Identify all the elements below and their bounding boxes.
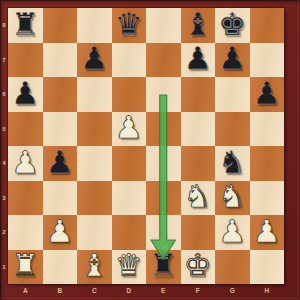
square-h2[interactable]: ♟ <box>250 215 285 250</box>
piece-black-pawn[interactable]: ♟ <box>184 43 212 74</box>
square-g1[interactable] <box>215 250 250 285</box>
file-label-a: A <box>8 284 43 300</box>
piece-white-pawn[interactable]: ♟ <box>115 112 143 143</box>
piece-black-rook[interactable]: ♜ <box>149 250 177 281</box>
square-a6[interactable]: ♟ <box>8 77 43 112</box>
square-e4[interactable] <box>146 146 181 181</box>
square-c7[interactable]: ♟ <box>77 43 112 78</box>
square-d5[interactable]: ♟ <box>112 112 147 147</box>
square-b4[interactable]: ♟ <box>43 146 78 181</box>
square-a1[interactable]: ♜ <box>8 250 43 285</box>
file-label-f: F <box>181 284 216 300</box>
square-g3[interactable]: ♞ <box>215 181 250 216</box>
piece-white-bishop[interactable]: ♝ <box>80 250 108 281</box>
square-b3[interactable] <box>43 181 78 216</box>
square-h5[interactable] <box>250 112 285 147</box>
square-h3[interactable] <box>250 181 285 216</box>
piece-black-knight[interactable]: ♞ <box>218 147 246 178</box>
piece-black-pawn[interactable]: ♟ <box>46 147 74 178</box>
square-h6[interactable]: ♟ <box>250 77 285 112</box>
square-a2[interactable] <box>8 215 43 250</box>
square-d8[interactable]: ♛ <box>112 8 147 43</box>
piece-white-rook[interactable]: ♜ <box>11 250 39 281</box>
square-d1[interactable]: ♛ <box>112 250 147 285</box>
piece-black-rook[interactable]: ♜ <box>11 9 39 40</box>
file-labels: ABCDEFGH <box>8 284 284 300</box>
square-f7[interactable]: ♟ <box>181 43 216 78</box>
square-c3[interactable] <box>77 181 112 216</box>
piece-white-pawn[interactable]: ♟ <box>253 216 281 247</box>
square-g7[interactable]: ♟ <box>215 43 250 78</box>
file-label-b: B <box>43 284 78 300</box>
piece-white-queen[interactable]: ♛ <box>115 250 143 281</box>
rank-label-8: 8 <box>0 8 8 43</box>
piece-black-bishop[interactable]: ♝ <box>184 9 212 40</box>
square-d6[interactable] <box>112 77 147 112</box>
rank-labels: 87654321 <box>0 8 8 284</box>
rank-label-4: 4 <box>0 146 8 181</box>
square-f5[interactable] <box>181 112 216 147</box>
rank-label-3: 3 <box>0 181 8 216</box>
square-g4[interactable]: ♞ <box>215 146 250 181</box>
piece-white-knight[interactable]: ♞ <box>218 181 246 212</box>
chess-board: ♜♛♝♚♟♟♟♟♟♟♟♟♞♞♞♟♟♟♜♝♛♜♚ <box>8 8 284 284</box>
square-b8[interactable] <box>43 8 78 43</box>
piece-white-king[interactable]: ♚ <box>184 250 212 281</box>
square-a5[interactable] <box>8 112 43 147</box>
piece-black-pawn[interactable]: ♟ <box>253 78 281 109</box>
rank-label-2: 2 <box>0 215 8 250</box>
square-h8[interactable] <box>250 8 285 43</box>
rank-label-5: 5 <box>0 112 8 147</box>
square-e3[interactable] <box>146 181 181 216</box>
file-label-g: G <box>215 284 250 300</box>
square-h4[interactable] <box>250 146 285 181</box>
square-e2[interactable] <box>146 215 181 250</box>
rank-label-6: 6 <box>0 77 8 112</box>
square-g8[interactable]: ♚ <box>215 8 250 43</box>
square-f8[interactable]: ♝ <box>181 8 216 43</box>
square-a4[interactable]: ♟ <box>8 146 43 181</box>
piece-black-queen[interactable]: ♛ <box>115 9 143 40</box>
square-a3[interactable] <box>8 181 43 216</box>
square-f4[interactable] <box>181 146 216 181</box>
rank-label-7: 7 <box>0 43 8 78</box>
square-f3[interactable]: ♞ <box>181 181 216 216</box>
piece-black-king[interactable]: ♚ <box>218 9 246 40</box>
square-c1[interactable]: ♝ <box>77 250 112 285</box>
chess-board-frame: 87654321 ♜♛♝♚♟♟♟♟♟♟♟♟♞♞♞♟♟♟♜♝♛♜♚ ABCDEFG… <box>0 0 300 300</box>
square-d2[interactable] <box>112 215 147 250</box>
square-e1[interactable]: ♜ <box>146 250 181 285</box>
square-e5[interactable] <box>146 112 181 147</box>
file-label-c: C <box>77 284 112 300</box>
square-g6[interactable] <box>215 77 250 112</box>
square-f1[interactable]: ♚ <box>181 250 216 285</box>
square-f2[interactable] <box>181 215 216 250</box>
square-b5[interactable] <box>43 112 78 147</box>
square-a8[interactable]: ♜ <box>8 8 43 43</box>
piece-white-pawn[interactable]: ♟ <box>11 147 39 178</box>
square-h7[interactable] <box>250 43 285 78</box>
piece-white-pawn[interactable]: ♟ <box>218 216 246 247</box>
square-g2[interactable]: ♟ <box>215 215 250 250</box>
square-c6[interactable] <box>77 77 112 112</box>
piece-white-pawn[interactable]: ♟ <box>46 216 74 247</box>
square-d4[interactable] <box>112 146 147 181</box>
square-d7[interactable] <box>112 43 147 78</box>
file-label-d: D <box>112 284 147 300</box>
piece-black-pawn[interactable]: ♟ <box>11 78 39 109</box>
file-label-e: E <box>146 284 181 300</box>
square-a7[interactable] <box>8 43 43 78</box>
square-c5[interactable] <box>77 112 112 147</box>
square-h1[interactable] <box>250 250 285 285</box>
square-b6[interactable] <box>43 77 78 112</box>
piece-white-knight[interactable]: ♞ <box>184 181 212 212</box>
square-e6[interactable] <box>146 77 181 112</box>
square-e7[interactable] <box>146 43 181 78</box>
square-d3[interactable] <box>112 181 147 216</box>
file-label-h: H <box>250 284 285 300</box>
square-f6[interactable] <box>181 77 216 112</box>
square-c2[interactable] <box>77 215 112 250</box>
rank-label-1: 1 <box>0 250 8 285</box>
piece-black-pawn[interactable]: ♟ <box>80 43 108 74</box>
square-c8[interactable] <box>77 8 112 43</box>
square-e8[interactable] <box>146 8 181 43</box>
square-g5[interactable] <box>215 112 250 147</box>
square-b1[interactable] <box>43 250 78 285</box>
piece-black-pawn[interactable]: ♟ <box>218 43 246 74</box>
square-c4[interactable] <box>77 146 112 181</box>
square-b7[interactable] <box>43 43 78 78</box>
square-b2[interactable]: ♟ <box>43 215 78 250</box>
